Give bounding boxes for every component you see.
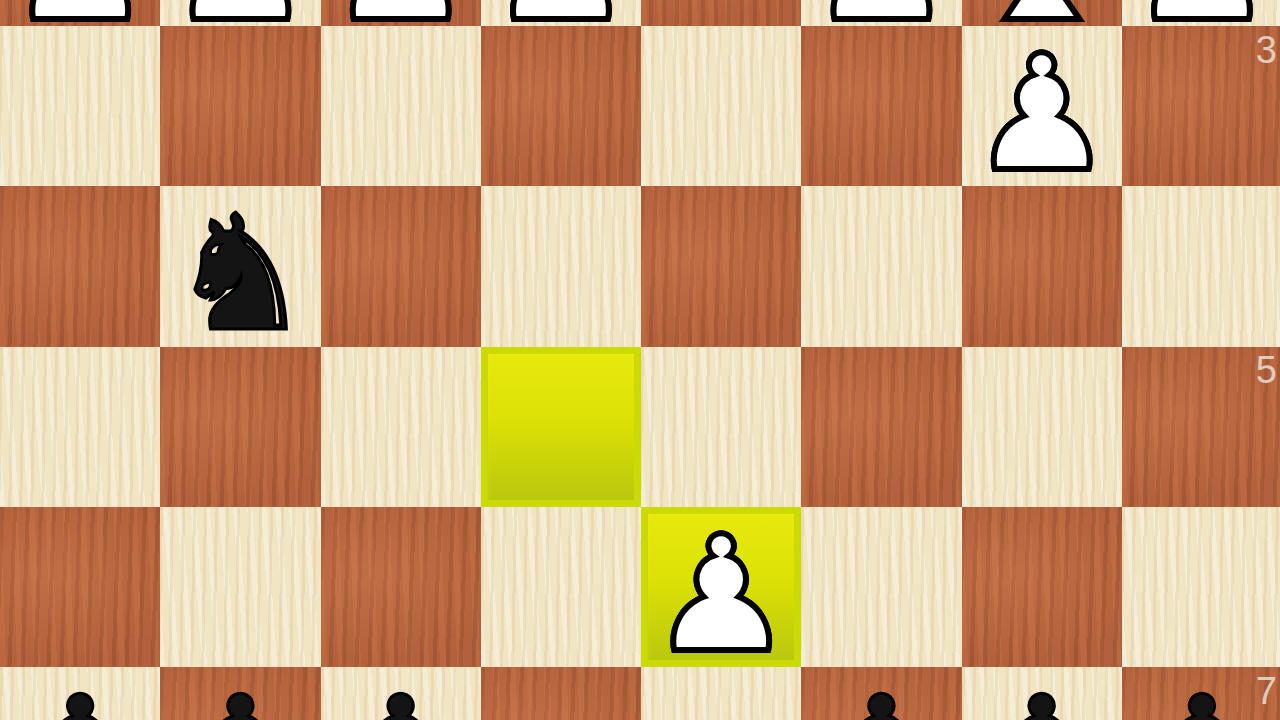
square-d2[interactable] <box>641 0 801 26</box>
square-d5[interactable] <box>641 347 801 507</box>
white-pawn-b3[interactable]: ♟ <box>962 34 1122 194</box>
black-pawn-f7[interactable]: ♟ <box>321 675 481 720</box>
square-g5[interactable] <box>160 347 320 507</box>
square-e7[interactable] <box>481 667 641 720</box>
square-e4[interactable] <box>481 186 641 346</box>
square-c4[interactable] <box>801 186 961 346</box>
square-f6[interactable] <box>321 507 481 667</box>
square-b5[interactable] <box>962 347 1122 507</box>
black-pawn-g7[interactable]: ♟ <box>160 675 320 720</box>
white-pawn-f2[interactable]: ♟ <box>321 0 481 44</box>
square-f4[interactable] <box>321 186 481 346</box>
black-pawn-b7[interactable]: ♟ <box>962 675 1122 720</box>
white-pawn-h2[interactable]: ♟ <box>0 0 160 44</box>
white-pawn-a2[interactable]: ♟ <box>1122 0 1280 44</box>
square-d3[interactable] <box>641 26 801 186</box>
white-pawn-g2[interactable]: ♟ <box>160 0 320 44</box>
square-b4[interactable] <box>962 186 1122 346</box>
white-pawn-d6[interactable]: ♟ <box>641 515 801 675</box>
square-h4[interactable] <box>0 186 160 346</box>
square-h5[interactable] <box>0 347 160 507</box>
square-e5[interactable] <box>481 347 641 507</box>
square-e6[interactable] <box>481 507 641 667</box>
square-a6[interactable] <box>1122 507 1280 667</box>
square-c6[interactable] <box>801 507 961 667</box>
square-h6[interactable] <box>0 507 160 667</box>
black-pawn-h7[interactable]: ♟ <box>0 675 160 720</box>
square-c5[interactable] <box>801 347 961 507</box>
square-b6[interactable] <box>962 507 1122 667</box>
black-pawn-a7[interactable]: ♟ <box>1122 675 1280 720</box>
white-pawn-c2[interactable]: ♟ <box>801 0 961 44</box>
black-pawn-c7[interactable]: ♟ <box>801 675 961 720</box>
square-d4[interactable] <box>641 186 801 346</box>
chess-app-screen: 3 5 7 ♜♞♝♛♚♝♜♟♟♟♟♟♟♟♞♟♟♝♟♟♟♟♟♜♞♛♚♝♞♜ <box>0 0 1280 720</box>
white-bishop-b2[interactable]: ♝ <box>962 0 1122 44</box>
black-knight-g4[interactable]: ♞ <box>160 194 320 354</box>
square-a4[interactable] <box>1122 186 1280 346</box>
square-g6[interactable] <box>160 507 320 667</box>
white-pawn-e2[interactable]: ♟ <box>481 0 641 44</box>
rank-label-5: 5 <box>1237 351 1277 389</box>
square-f5[interactable] <box>321 347 481 507</box>
